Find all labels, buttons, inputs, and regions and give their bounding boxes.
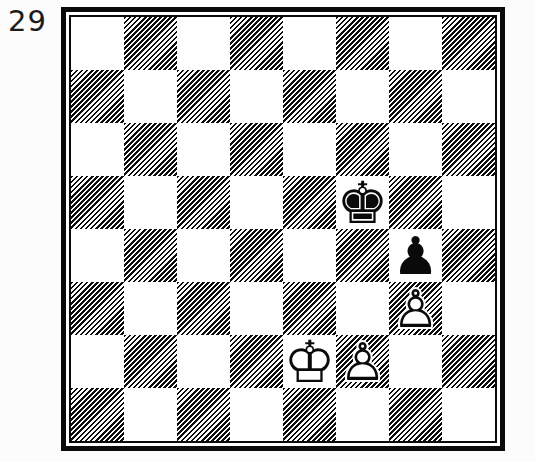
black-pawn-glyph: ♟ [389,229,442,282]
square-h5[interactable] [442,176,495,229]
square-h6[interactable] [442,123,495,176]
square-f7[interactable] [336,70,389,123]
square-g7[interactable] [389,70,442,123]
square-f5[interactable]: ♚♚ [336,176,389,229]
white-pawn[interactable]: ♟♙ [389,282,442,335]
square-h3[interactable] [442,282,495,335]
chess-board-grid: ♚♚♟♟♟♙♚♔♟♙ [71,17,495,441]
square-c5[interactable] [177,176,230,229]
square-c3[interactable] [177,282,230,335]
square-g3[interactable]: ♟♙ [389,282,442,335]
square-a1[interactable] [71,388,124,441]
square-e7[interactable] [283,70,336,123]
square-c6[interactable] [177,123,230,176]
square-c1[interactable] [177,388,230,441]
square-b3[interactable] [124,282,177,335]
square-a4[interactable] [71,229,124,282]
square-h7[interactable] [442,70,495,123]
square-h4[interactable] [442,229,495,282]
square-g2[interactable] [389,335,442,388]
square-b7[interactable] [124,70,177,123]
square-f2[interactable]: ♟♙ [336,335,389,388]
square-h8[interactable] [442,17,495,70]
square-e2[interactable]: ♚♔ [283,335,336,388]
square-b2[interactable] [124,335,177,388]
chess-board-inner: ♚♚♟♟♟♙♚♔♟♙ [69,15,497,443]
square-c8[interactable] [177,17,230,70]
square-d5[interactable] [230,176,283,229]
square-f4[interactable] [336,229,389,282]
square-a6[interactable] [71,123,124,176]
white-king-glyph: ♔ [283,335,336,388]
square-g6[interactable] [389,123,442,176]
square-e8[interactable] [283,17,336,70]
square-g1[interactable] [389,388,442,441]
square-d4[interactable] [230,229,283,282]
square-d8[interactable] [230,17,283,70]
square-f1[interactable] [336,388,389,441]
square-a5[interactable] [71,176,124,229]
page: 29 ♚♚♟♟♟♙♚♔♟♙ [0,0,535,462]
square-a8[interactable] [71,17,124,70]
square-b1[interactable] [124,388,177,441]
black-king[interactable]: ♚♚ [336,176,389,229]
square-d3[interactable] [230,282,283,335]
square-a2[interactable] [71,335,124,388]
square-b8[interactable] [124,17,177,70]
white-pawn[interactable]: ♟♙ [336,335,389,388]
square-g4[interactable]: ♟♟ [389,229,442,282]
square-h2[interactable] [442,335,495,388]
square-d1[interactable] [230,388,283,441]
square-d7[interactable] [230,70,283,123]
square-b6[interactable] [124,123,177,176]
diagram-number: 29 [8,6,47,38]
square-c4[interactable] [177,229,230,282]
square-b5[interactable] [124,176,177,229]
black-pawn[interactable]: ♟♟ [389,229,442,282]
square-h1[interactable] [442,388,495,441]
square-e6[interactable] [283,123,336,176]
chess-board: ♚♚♟♟♟♙♚♔♟♙ [61,7,505,451]
square-g5[interactable] [389,176,442,229]
square-b4[interactable] [124,229,177,282]
square-a3[interactable] [71,282,124,335]
black-king-glyph: ♚ [336,176,389,229]
square-e5[interactable] [283,176,336,229]
square-g8[interactable] [389,17,442,70]
square-f8[interactable] [336,17,389,70]
square-c7[interactable] [177,70,230,123]
square-d2[interactable] [230,335,283,388]
square-c2[interactable] [177,335,230,388]
white-pawn-glyph: ♙ [389,282,442,335]
square-e1[interactable] [283,388,336,441]
square-a7[interactable] [71,70,124,123]
square-e4[interactable] [283,229,336,282]
white-king[interactable]: ♚♔ [283,335,336,388]
white-pawn-glyph: ♙ [336,335,389,388]
square-d6[interactable] [230,123,283,176]
square-f3[interactable] [336,282,389,335]
